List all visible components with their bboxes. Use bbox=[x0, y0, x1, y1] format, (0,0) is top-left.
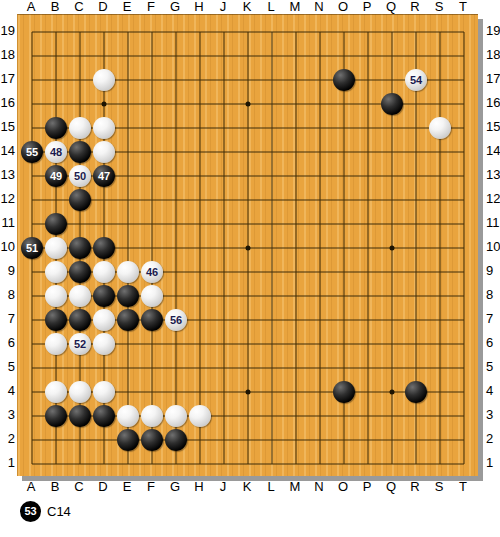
coordinate-label: T bbox=[459, 0, 467, 14]
coordinate-label: 14 bbox=[486, 144, 500, 158]
stone-black-E8 bbox=[117, 285, 139, 307]
stone-black-C7 bbox=[69, 309, 91, 331]
coordinate-label: 10 bbox=[486, 240, 500, 254]
coordinate-label: O bbox=[338, 480, 348, 494]
coordinate-label: R bbox=[410, 0, 419, 14]
coordinate-label: O bbox=[338, 0, 348, 14]
stone-white-D9 bbox=[93, 261, 115, 283]
move-number-label: 51 bbox=[26, 243, 38, 254]
coordinate-label: D bbox=[98, 0, 107, 14]
coordinate-label: 13 bbox=[486, 168, 500, 182]
stone-white-R17: 54 bbox=[405, 69, 427, 91]
stone-black-C12 bbox=[69, 189, 91, 211]
coordinate-label: P bbox=[363, 0, 372, 14]
stone-white-G3 bbox=[165, 405, 187, 427]
caption-stone: 53 bbox=[20, 501, 41, 522]
stone-white-F9: 46 bbox=[141, 261, 163, 283]
coordinate-label: H bbox=[194, 480, 203, 494]
star-point bbox=[390, 246, 395, 251]
move-number-label: 48 bbox=[50, 147, 62, 158]
coordinate-label: B bbox=[51, 0, 60, 14]
stone-white-B8 bbox=[45, 285, 67, 307]
stone-black-D8 bbox=[93, 285, 115, 307]
coordinate-label: J bbox=[220, 480, 227, 494]
coordinate-label: M bbox=[290, 480, 301, 494]
coordinate-label: 1 bbox=[486, 456, 493, 470]
coordinate-label: 18 bbox=[0, 48, 15, 62]
coordinate-label: 16 bbox=[0, 96, 15, 110]
stone-white-C4 bbox=[69, 381, 91, 403]
coordinate-label: P bbox=[363, 480, 372, 494]
coordinate-label: 11 bbox=[486, 216, 500, 230]
stone-black-G2 bbox=[165, 429, 187, 451]
stone-black-R4 bbox=[405, 381, 427, 403]
stone-white-G7: 56 bbox=[165, 309, 187, 331]
stone-black-A14: 55 bbox=[21, 141, 43, 163]
coordinate-label: A bbox=[27, 480, 36, 494]
coordinate-label: 2 bbox=[486, 432, 493, 446]
stone-black-C9 bbox=[69, 261, 91, 283]
move-number-label: 50 bbox=[74, 171, 86, 182]
coordinate-label: 4 bbox=[0, 384, 15, 398]
stone-black-Q16 bbox=[381, 93, 403, 115]
stone-white-D15 bbox=[93, 117, 115, 139]
coordinate-label: E bbox=[123, 480, 132, 494]
coordinate-label: 12 bbox=[486, 192, 500, 206]
stone-black-A10: 51 bbox=[21, 237, 43, 259]
coordinate-label: C bbox=[74, 0, 83, 14]
stone-black-E7 bbox=[117, 309, 139, 331]
coordinate-label: 8 bbox=[486, 288, 493, 302]
stone-black-C10 bbox=[69, 237, 91, 259]
coordinate-label: M bbox=[290, 0, 301, 14]
stone-black-D13: 47 bbox=[93, 165, 115, 187]
coordinate-label: 8 bbox=[0, 288, 15, 302]
caption-move-location: C14 bbox=[47, 504, 71, 519]
coordinate-label: 11 bbox=[0, 216, 15, 230]
coordinate-label: 13 bbox=[0, 168, 15, 182]
stone-white-F3 bbox=[141, 405, 163, 427]
move-number-label: 46 bbox=[146, 267, 158, 278]
stone-white-C13: 50 bbox=[69, 165, 91, 187]
coordinate-label: N bbox=[314, 0, 323, 14]
stone-white-E9 bbox=[117, 261, 139, 283]
coordinate-label: Q bbox=[386, 0, 396, 14]
coordinate-label: 2 bbox=[0, 432, 15, 446]
stone-white-F8 bbox=[141, 285, 163, 307]
stone-black-C14 bbox=[69, 141, 91, 163]
stone-white-C15 bbox=[69, 117, 91, 139]
go-diagram: ABCDEFGHJKLMNOPQRST ABCDEFGHJKLMNOPQRST … bbox=[0, 0, 500, 537]
coordinate-label: S bbox=[435, 480, 444, 494]
coordinate-label: 17 bbox=[0, 72, 15, 86]
coordinate-label: 19 bbox=[486, 24, 500, 38]
stone-white-B4 bbox=[45, 381, 67, 403]
coordinate-label: A bbox=[27, 0, 36, 14]
stone-black-B3 bbox=[45, 405, 67, 427]
coordinate-label: 18 bbox=[486, 48, 500, 62]
coordinate-label: 5 bbox=[0, 360, 15, 374]
move-caption: 53 C14 bbox=[20, 500, 71, 522]
stone-white-H3 bbox=[189, 405, 211, 427]
coordinate-label: T bbox=[459, 480, 467, 494]
coordinate-label: L bbox=[267, 0, 274, 14]
move-number-label: 56 bbox=[170, 315, 182, 326]
coordinate-label: K bbox=[243, 0, 252, 14]
stone-white-S15 bbox=[429, 117, 451, 139]
coordinate-label: 19 bbox=[0, 24, 15, 38]
stone-white-B14: 48 bbox=[45, 141, 67, 163]
coordinate-label: 14 bbox=[0, 144, 15, 158]
move-number-label: 55 bbox=[26, 147, 38, 158]
move-number-label: 49 bbox=[50, 171, 62, 182]
coordinate-label: F bbox=[147, 480, 155, 494]
stone-white-E3 bbox=[117, 405, 139, 427]
star-point bbox=[246, 390, 251, 395]
coordinate-label: S bbox=[435, 0, 444, 14]
stone-white-C8 bbox=[69, 285, 91, 307]
coordinate-label: D bbox=[98, 480, 107, 494]
coordinate-label: K bbox=[243, 480, 252, 494]
stone-white-D7 bbox=[93, 309, 115, 331]
coordinate-label: 16 bbox=[486, 96, 500, 110]
coordinate-label: 6 bbox=[0, 336, 15, 350]
coordinate-label: Q bbox=[386, 480, 396, 494]
coordinate-label: 1 bbox=[0, 456, 15, 470]
stone-black-E2 bbox=[117, 429, 139, 451]
coordinate-label: 15 bbox=[0, 120, 15, 134]
stone-black-B15 bbox=[45, 117, 67, 139]
move-number-label: 52 bbox=[74, 339, 86, 350]
stone-black-O17 bbox=[333, 69, 355, 91]
stone-black-D10 bbox=[93, 237, 115, 259]
coordinate-label: 3 bbox=[0, 408, 15, 422]
coordinate-label: 6 bbox=[486, 336, 493, 350]
coordinate-label: F bbox=[147, 0, 155, 14]
stone-white-B10 bbox=[45, 237, 67, 259]
stone-black-F2 bbox=[141, 429, 163, 451]
stone-black-D3 bbox=[93, 405, 115, 427]
coordinate-label: E bbox=[123, 0, 132, 14]
coordinate-label: 7 bbox=[486, 312, 493, 326]
coordinate-label: L bbox=[267, 480, 274, 494]
stone-black-F7 bbox=[141, 309, 163, 331]
stone-white-D14 bbox=[93, 141, 115, 163]
move-number-label: 54 bbox=[410, 75, 422, 86]
coordinate-label: G bbox=[170, 480, 180, 494]
move-number-label: 47 bbox=[98, 171, 110, 182]
coordinate-label: R bbox=[410, 480, 419, 494]
coordinate-label: 3 bbox=[486, 408, 493, 422]
coordinate-label: 9 bbox=[0, 264, 15, 278]
stone-white-D6 bbox=[93, 333, 115, 355]
stone-white-B9 bbox=[45, 261, 67, 283]
coordinate-label: J bbox=[220, 0, 227, 14]
coordinate-label: 15 bbox=[486, 120, 500, 134]
stone-black-B7 bbox=[45, 309, 67, 331]
coordinate-label: 7 bbox=[0, 312, 15, 326]
coordinate-label: 5 bbox=[486, 360, 493, 374]
coordinate-label: H bbox=[194, 0, 203, 14]
star-point bbox=[390, 390, 395, 395]
stone-black-C3 bbox=[69, 405, 91, 427]
stone-white-B6 bbox=[45, 333, 67, 355]
coordinate-label: G bbox=[170, 0, 180, 14]
stone-white-C6: 52 bbox=[69, 333, 91, 355]
star-point bbox=[102, 102, 107, 107]
coordinate-label: C bbox=[74, 480, 83, 494]
stone-black-O4 bbox=[333, 381, 355, 403]
stone-white-D4 bbox=[93, 381, 115, 403]
coordinate-label: 10 bbox=[0, 240, 15, 254]
coordinate-label: 17 bbox=[486, 72, 500, 86]
coordinate-label: 4 bbox=[486, 384, 493, 398]
coordinate-label: 9 bbox=[486, 264, 493, 278]
coordinate-label: N bbox=[314, 480, 323, 494]
stone-white-D17 bbox=[93, 69, 115, 91]
coordinate-label: B bbox=[51, 480, 60, 494]
coordinate-label: 12 bbox=[0, 192, 15, 206]
go-board[interactable]: 54554849504751465652 bbox=[17, 14, 478, 476]
caption-stone-number: 53 bbox=[24, 506, 36, 517]
star-point bbox=[246, 102, 251, 107]
stone-black-B13: 49 bbox=[45, 165, 67, 187]
star-point bbox=[246, 246, 251, 251]
stone-black-B11 bbox=[45, 213, 67, 235]
